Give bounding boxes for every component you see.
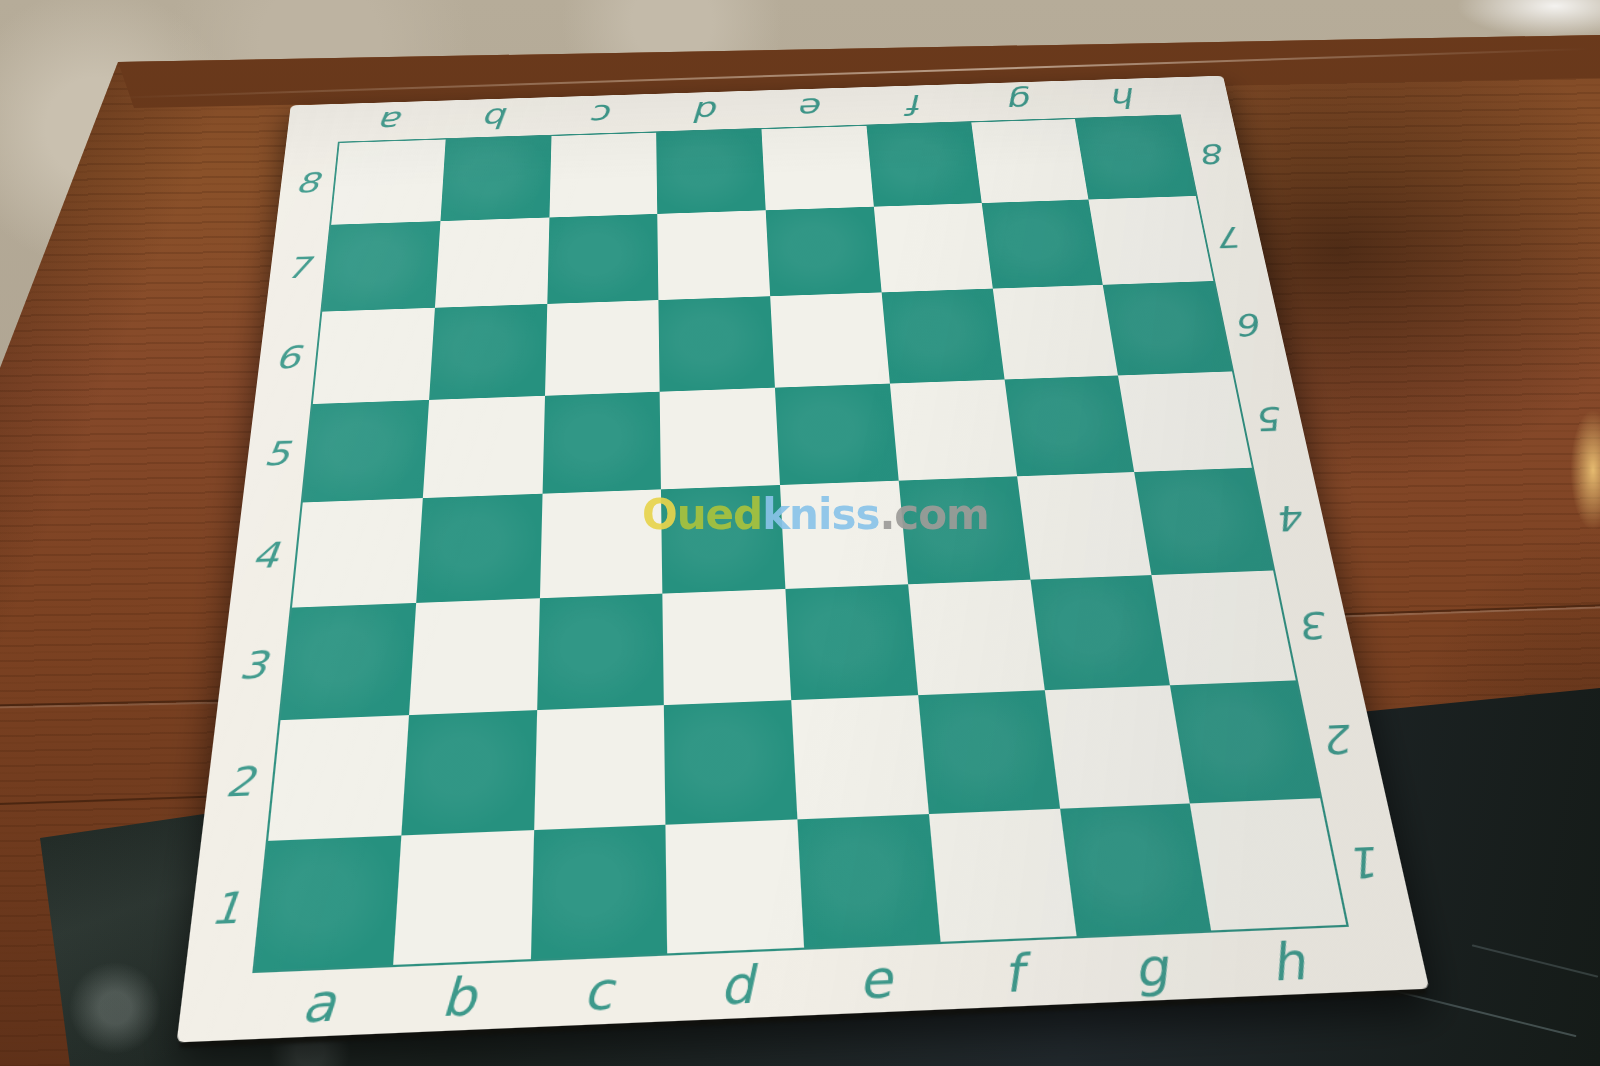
square-a2 (268, 715, 409, 841)
square-h4 (1134, 468, 1273, 575)
file-label-a: a (338, 103, 446, 139)
rank-label-6: 6 (258, 311, 317, 405)
square-b3 (409, 598, 540, 715)
square-a8 (331, 140, 445, 225)
square-g6 (992, 285, 1118, 380)
square-c7 (547, 214, 659, 304)
square-a3 (280, 603, 415, 720)
square-f3 (908, 580, 1044, 695)
board-grid (252, 114, 1349, 973)
square-f6 (881, 289, 1004, 384)
rank-label-2: 2 (205, 721, 274, 845)
rank-label-4: 4 (233, 503, 296, 611)
watermark-segment: kniss (762, 490, 879, 539)
square-c1 (530, 825, 667, 959)
square-a5 (303, 400, 429, 503)
rank-label-8: 8 (280, 142, 335, 226)
square-g5 (1004, 375, 1134, 476)
square-g7 (981, 200, 1103, 289)
file-label-g: g (1078, 935, 1224, 1001)
square-f1 (929, 809, 1076, 942)
square-g2 (1044, 685, 1190, 808)
file-label-g: g (967, 83, 1076, 118)
watermark-segment: .com (879, 490, 988, 539)
square-d2 (664, 700, 797, 825)
photo-scene: abcdefgh abcdefgh 87654321 87654321 Oued… (0, 0, 1600, 1066)
square-b4 (416, 494, 542, 603)
square-a7 (322, 221, 440, 312)
chess-board: abcdefgh abcdefgh 87654321 87654321 (177, 76, 1430, 1043)
rank-label-7: 7 (269, 224, 326, 313)
file-label-e: e (804, 946, 946, 1013)
square-d8 (656, 129, 765, 214)
square-a1 (255, 835, 401, 970)
file-label-h: h (1070, 80, 1180, 115)
square-d5 (660, 388, 780, 490)
square-e6 (770, 292, 889, 387)
square-f8 (866, 122, 981, 206)
file-label-b: b (444, 100, 551, 136)
square-c5 (542, 392, 661, 494)
square-e1 (797, 814, 940, 948)
square-f2 (918, 690, 1060, 814)
vinyl-board-sheet: abcdefgh abcdefgh 87654321 87654321 (177, 76, 1430, 1043)
square-h3 (1152, 570, 1296, 685)
square-h2 (1170, 680, 1320, 803)
file-label-d: d (667, 952, 808, 1019)
watermark-segment: ued (677, 490, 762, 539)
square-d6 (659, 296, 775, 391)
square-c3 (537, 594, 664, 711)
file-label-f: f (941, 940, 1085, 1007)
square-f5 (890, 380, 1017, 481)
file-label-c: c (550, 96, 656, 132)
square-g8 (971, 119, 1089, 203)
watermark: Ouedkniss.com (642, 494, 989, 536)
square-e5 (775, 384, 899, 485)
square-f7 (874, 203, 993, 292)
file-label-d: d (655, 93, 761, 129)
square-h1 (1190, 798, 1346, 930)
square-c8 (549, 133, 657, 218)
file-label-a: a (246, 969, 391, 1037)
rank-label-5: 5 (246, 404, 307, 505)
square-d3 (663, 589, 792, 705)
square-h5 (1118, 371, 1252, 472)
square-c6 (545, 300, 660, 396)
square-b5 (423, 396, 545, 498)
square-g3 (1030, 575, 1170, 690)
file-label-e: e (760, 90, 867, 126)
file-label-b: b (387, 964, 529, 1031)
rank-label-1: 1 (189, 843, 261, 976)
square-e7 (766, 207, 882, 297)
rank-label-3: 3 (220, 608, 286, 723)
square-d1 (666, 819, 804, 953)
file-label-c: c (528, 958, 668, 1025)
square-e8 (761, 126, 873, 210)
square-b6 (429, 304, 547, 400)
file-label-f: f (863, 86, 971, 122)
square-a4 (292, 498, 423, 608)
square-h7 (1089, 196, 1214, 285)
glass-scratch (1472, 944, 1599, 977)
square-d7 (657, 210, 770, 300)
square-g1 (1060, 803, 1212, 936)
square-e2 (791, 695, 928, 819)
square-e3 (785, 584, 918, 700)
square-a6 (313, 308, 435, 404)
file-label-h: h (1214, 929, 1362, 995)
square-h8 (1075, 116, 1196, 200)
square-b7 (435, 217, 549, 307)
square-c2 (534, 705, 666, 830)
square-g4 (1017, 472, 1152, 580)
watermark-segment: O (642, 490, 677, 539)
square-h6 (1103, 281, 1232, 375)
square-b2 (401, 710, 537, 835)
square-b8 (440, 136, 551, 221)
square-b1 (393, 830, 534, 965)
